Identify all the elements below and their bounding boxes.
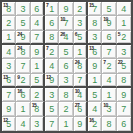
cell-r2c7[interactable]: 8 (88, 16, 102, 30)
digit-r6c9: 8 (121, 76, 126, 85)
cell-r8c7[interactable]: 4 (88, 102, 102, 116)
cell-r8c3[interactable]: 158 (31, 102, 45, 116)
digit-r5c1: 3 (6, 62, 11, 71)
digit-r2c2: 5 (20, 19, 25, 28)
digit-r6c8: 4 (106, 76, 111, 85)
digit-r8c1: 9 (6, 105, 11, 114)
digit-r2c6: 3 (77, 19, 82, 28)
cage-sum-r8c3: 15 (32, 102, 37, 108)
cell-r5c7[interactable]: 9 (88, 59, 102, 73)
cage-sum-r2c8: 19 (103, 16, 108, 22)
digit-r8c9: 7 (121, 105, 126, 114)
digit-r6c5: 3 (63, 76, 68, 85)
digit-r4c4: 2 (49, 48, 54, 57)
cage-sum-r6c4: 12 (46, 74, 51, 80)
cell-r7c5[interactable]: 8 (59, 88, 73, 102)
digit-r9c2: 4 (20, 120, 25, 129)
cage-sum-r6c1: 13 (3, 74, 8, 80)
digit-r2c4: 6 (49, 19, 54, 28)
cell-r5c8[interactable]: 72 (102, 59, 116, 73)
digit-r9c5: 1 (63, 120, 68, 129)
digit-r6c2: 2 (20, 76, 25, 85)
cell-r8c5[interactable]: 2 (59, 102, 73, 116)
digit-r9c6: 9 (77, 120, 82, 129)
digit-r3c7: 3 (92, 33, 97, 42)
cage-sum-r1c7: 15 (89, 2, 94, 8)
cell-r5c3[interactable]: 1 (31, 59, 45, 73)
cell-r8c2[interactable]: 1 (16, 102, 30, 116)
cage-sum-r1c4: 7 (46, 2, 48, 8)
digit-r9c9: 6 (121, 120, 126, 129)
digit-r6c3: 5 (34, 76, 39, 85)
cell-r1c5[interactable]: 9 (59, 2, 73, 16)
digit-r9c4: 7 (49, 120, 54, 129)
digit-r6c6: 7 (77, 76, 82, 85)
cell-r6c3[interactable]: 5 (31, 74, 45, 88)
cell-r6c1[interactable]: 136 (2, 74, 16, 88)
cage-sum-r4c4: 7 (46, 45, 48, 51)
cell-r3c3[interactable]: 7 (31, 31, 45, 45)
cell-r4c1[interactable]: 4 (2, 45, 16, 59)
cell-r9c7[interactable]: 162 (88, 117, 102, 131)
cage-sum-r1c1: 13 (3, 2, 8, 8)
cell-r2c6[interactable]: 3 (74, 16, 88, 30)
cell-r8c4[interactable]: 5 (45, 102, 59, 116)
digit-r5c5: 6 (63, 62, 68, 71)
digit-r3c1: 1 (6, 33, 11, 42)
cell-r7c6[interactable]: 104 (74, 88, 88, 102)
cage-sum-r5c6: 24 (75, 59, 80, 65)
cell-r2c8[interactable]: 199 (102, 16, 116, 30)
cell-r4c4[interactable]: 72 (45, 45, 59, 59)
digit-r4c1: 4 (6, 48, 11, 57)
cell-r8c6[interactable]: 276 (74, 102, 88, 116)
digit-r5c8: 2 (106, 62, 111, 71)
digit-r3c9: 2 (121, 33, 126, 42)
cell-r8c1[interactable]: 9 (2, 102, 16, 116)
cell-r2c1[interactable]: 2 (2, 16, 16, 30)
cage-sum-r2c5: 10 (60, 16, 65, 22)
digit-r7c5: 8 (63, 91, 68, 100)
cell-r5c5[interactable]: 6 (59, 59, 73, 73)
cell-r9c5[interactable]: 1 (59, 117, 73, 131)
digit-r3c3: 7 (34, 33, 39, 42)
digit-r3c6: 5 (77, 33, 82, 42)
cell-r5c6[interactable]: 248 (74, 59, 88, 73)
cell-r2c9[interactable]: 1 (117, 16, 131, 30)
cell-r3c5[interactable]: 264 (59, 31, 73, 45)
cell-r5c2[interactable]: 7 (16, 59, 30, 73)
cell-r9c9[interactable]: 6 (117, 117, 131, 131)
digit-r1c8: 5 (106, 5, 111, 14)
cage-sum-r5c8: 7 (103, 59, 105, 65)
cell-r9c1[interactable]: 125 (2, 117, 16, 131)
digit-r9c3: 3 (34, 120, 39, 129)
cell-r2c4[interactable]: 6 (45, 16, 59, 30)
digit-r1c6: 2 (77, 5, 82, 14)
cell-r6c8[interactable]: 4 (102, 74, 116, 88)
cell-r5c4[interactable]: 4 (45, 59, 59, 73)
cell-r1c1[interactable]: 138 (2, 2, 16, 16)
cell-r6c2[interactable]: 92 (16, 74, 30, 88)
cell-r1c4[interactable]: 71 (45, 2, 59, 16)
cell-r1c7[interactable]: 157 (88, 2, 102, 16)
cell-r7c7[interactable]: 5 (88, 88, 102, 102)
digit-r1c5: 9 (63, 5, 68, 14)
digit-r7c8: 1 (106, 91, 111, 100)
cage-sum-r8c6: 27 (75, 102, 80, 108)
cell-r4c7[interactable]: 136 (88, 45, 102, 59)
cage-sum-r3c9: 5 (118, 31, 120, 37)
cell-r5c1[interactable]: 3 (2, 59, 16, 73)
digit-r3c8: 6 (106, 33, 111, 42)
cell-r7c2[interactable]: 166 (16, 88, 30, 102)
digit-r5c2: 7 (20, 62, 25, 71)
cell-r6c5[interactable]: 3 (59, 74, 73, 88)
digit-r4c8: 7 (106, 48, 111, 57)
cell-r5c9[interactable]: 225 (117, 59, 131, 73)
digit-r7c7: 5 (92, 91, 97, 100)
cell-r2c3[interactable]: 4 (31, 16, 45, 30)
cell-r7c1[interactable]: 7 (2, 88, 16, 102)
cell-r1c2[interactable]: 3 (16, 2, 30, 16)
digit-r7c9: 9 (121, 91, 126, 100)
cell-r3c2[interactable]: 249 (16, 31, 30, 45)
cell-r8c8[interactable]: 103 (102, 102, 116, 116)
digit-r4c3: 9 (34, 48, 39, 57)
cell-r4c8[interactable]: 7 (102, 45, 116, 59)
cell-r3c6[interactable]: 65 (74, 31, 88, 45)
cell-r7c9[interactable]: 9 (117, 88, 131, 102)
digit-r4c5: 5 (63, 48, 68, 57)
cell-r4c9[interactable]: 3 (117, 45, 131, 59)
cell-r3c7[interactable]: 3 (88, 31, 102, 45)
cell-r1c6[interactable]: 2 (74, 2, 88, 16)
cell-r1c3[interactable]: 6 (31, 2, 45, 16)
cell-r9c2[interactable]: 4 (16, 117, 30, 131)
digit-r5c4: 4 (49, 62, 54, 71)
digit-r5c3: 1 (34, 62, 39, 71)
cell-r1c8[interactable]: 5 (102, 2, 116, 16)
cell-r6c4[interactable]: 129 (45, 74, 59, 88)
cell-r6c6[interactable]: 7 (74, 74, 88, 88)
digit-r8c4: 5 (49, 105, 54, 114)
digit-r3c4: 8 (49, 33, 54, 42)
digit-r1c2: 3 (20, 5, 25, 14)
cell-r9c4[interactable]: 7 (45, 117, 59, 131)
digit-r7c3: 2 (34, 91, 39, 100)
cell-r4c5[interactable]: 5 (59, 45, 73, 59)
cell-r3c8[interactable]: 6 (102, 31, 116, 45)
digit-r1c4: 1 (49, 5, 54, 14)
cell-r4c2[interactable]: 248 (16, 45, 30, 59)
cell-r7c3[interactable]: 2 (31, 88, 45, 102)
cell-r4c6[interactable]: 1 (74, 45, 88, 59)
digit-r2c1: 2 (6, 19, 11, 28)
cage-sum-r5c9: 22 (118, 59, 123, 65)
digit-r2c9: 1 (121, 19, 126, 28)
cell-r1c9[interactable]: 4 (117, 2, 131, 16)
cage-sum-r8c8: 10 (103, 102, 108, 108)
cell-r9c6[interactable]: 9 (74, 117, 88, 131)
cage-sum-r3c5: 26 (60, 31, 65, 37)
digit-r8c7: 4 (92, 105, 97, 114)
digit-r9c8: 8 (106, 120, 111, 129)
cell-r8c9[interactable]: 7 (117, 102, 131, 116)
digit-r1c9: 4 (121, 5, 126, 14)
cell-r2c2[interactable]: 5 (16, 16, 30, 30)
digit-r4c9: 3 (121, 48, 126, 57)
sudoku-board: 1383671921575425461073819911249782646536… (0, 0, 133, 133)
cell-r9c3[interactable]: 3 (31, 117, 45, 131)
cage-sum-r6c2: 9 (17, 74, 19, 80)
cage-sum-r4c2: 24 (17, 45, 22, 51)
cell-r2c5[interactable]: 107 (59, 16, 73, 30)
cell-r7c8[interactable]: 1 (102, 88, 116, 102)
digit-r8c2: 1 (20, 105, 25, 114)
cage-sum-r7c6: 10 (75, 88, 80, 94)
digit-r8c5: 2 (63, 105, 68, 114)
digit-r5c7: 9 (92, 62, 97, 71)
digit-r6c7: 1 (92, 76, 97, 85)
digit-r2c3: 4 (34, 19, 39, 28)
digit-r2c7: 8 (92, 19, 97, 28)
cage-sum-r4c7: 13 (89, 45, 94, 51)
cell-r6c9[interactable]: 8 (117, 74, 131, 88)
cage-sum-r3c6: 6 (75, 31, 77, 37)
cage-sum-r7c2: 16 (17, 88, 22, 94)
digit-r4c6: 1 (77, 48, 82, 57)
cell-r3c4[interactable]: 8 (45, 31, 59, 45)
cell-r6c7[interactable]: 1 (88, 74, 102, 88)
cell-r9c8[interactable]: 8 (102, 117, 116, 131)
digit-r1c3: 6 (34, 5, 39, 14)
digit-r7c1: 7 (6, 91, 11, 100)
cage-sum-r9c1: 12 (3, 117, 8, 123)
cell-r4c3[interactable]: 9 (31, 45, 45, 59)
cell-r7c4[interactable]: 3 (45, 88, 59, 102)
cell-r3c1[interactable]: 1 (2, 31, 16, 45)
digit-r7c4: 3 (49, 91, 54, 100)
cell-r3c9[interactable]: 52 (117, 31, 131, 45)
cage-sum-r9c7: 16 (89, 117, 94, 123)
cage-sum-r3c2: 24 (17, 31, 22, 37)
